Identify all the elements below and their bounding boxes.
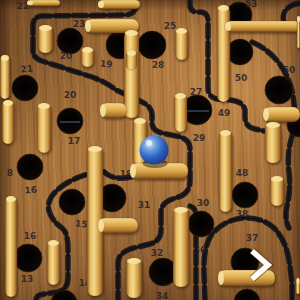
hole — [17, 154, 43, 180]
hole-number: 53 — [245, 0, 258, 9]
wall-rail — [173, 207, 189, 287]
wall-rail — [217, 5, 230, 102]
hole-number: 21 — [20, 63, 33, 74]
hole-number: 23 — [73, 19, 86, 29]
rail-end-cap — [271, 176, 283, 182]
hole-number: 27 — [190, 87, 203, 97]
rail-end-cap — [127, 258, 141, 264]
labyrinth-board-photo: 2223255320192821720275050492917816181531… — [0, 0, 300, 300]
hole-number: 37 — [246, 233, 259, 243]
rail-end-cap — [175, 93, 186, 99]
rail-end-cap — [98, 1, 104, 8]
rail-end-cap — [3, 100, 13, 106]
marble-ball — [140, 136, 169, 165]
rail-end-cap — [39, 25, 52, 31]
rail-end-cap — [82, 47, 93, 53]
hole — [14, 244, 42, 272]
wall-rail — [124, 30, 139, 118]
rail-end-cap — [125, 30, 138, 36]
rail-end-cap — [85, 20, 91, 32]
rail-end-cap — [48, 240, 59, 246]
wall-rail — [5, 196, 17, 297]
hole — [265, 76, 293, 104]
hole-number: 30 — [197, 198, 210, 208]
rail-end-cap — [130, 164, 136, 178]
rail-end-cap — [127, 50, 136, 56]
rail-end-cap — [218, 271, 224, 285]
hole-number: 50 — [283, 65, 296, 75]
rail-end-cap — [225, 22, 231, 31]
rail-end-cap — [176, 28, 187, 34]
hole-number: 36 — [194, 245, 207, 255]
rail-end-cap — [27, 1, 33, 5]
hole-number: 8 — [7, 168, 13, 178]
wall-rail — [37, 103, 51, 153]
hole — [188, 211, 214, 237]
hole — [232, 182, 258, 208]
wall-rail — [219, 130, 232, 212]
hole-number: 32 — [151, 248, 164, 258]
rail-end-cap — [100, 104, 106, 117]
marble-highlight — [146, 140, 152, 146]
marble — [140, 136, 169, 169]
wall-rail — [98, 0, 140, 9]
rail-end-cap — [38, 103, 50, 109]
hole-number: 38 — [236, 209, 249, 219]
hole-number: 17 — [68, 136, 81, 146]
hole-number: 15 — [75, 218, 89, 229]
hole — [227, 39, 253, 65]
rail-end-cap — [218, 5, 229, 11]
rail-end-cap — [266, 122, 280, 128]
hole-number: 34 — [156, 291, 169, 300]
wall-rail — [218, 270, 275, 286]
rail-end-cap — [297, 16, 300, 22]
rail-end-cap — [98, 219, 104, 232]
hole-number: 20 — [64, 90, 77, 100]
hole-number: 29 — [193, 133, 206, 143]
rail-end-cap — [220, 130, 231, 136]
wall-rail — [47, 240, 60, 285]
hole-number: 28 — [152, 60, 165, 70]
hole — [234, 289, 260, 300]
wall-rail — [265, 122, 281, 163]
hole — [138, 31, 166, 59]
wall-rail — [2, 100, 14, 144]
rail-end-cap — [297, 278, 300, 284]
wall-rail — [0, 55, 10, 99]
rail-end-cap — [174, 207, 188, 213]
hole-number: 48 — [236, 168, 249, 178]
labyrinth-board: 2223255320192821720275050492917816181531… — [0, 0, 300, 300]
hole — [12, 75, 38, 101]
rail-end-cap — [6, 196, 16, 202]
hole-number: 20 — [60, 51, 73, 61]
rail-end-cap — [263, 108, 269, 121]
hole-number: 49 — [218, 108, 231, 118]
hole-number: 13 — [21, 274, 34, 284]
hole-number: 50 — [235, 73, 248, 83]
rail-end-cap — [1, 55, 9, 61]
rail-end-cap — [134, 118, 146, 124]
hole-number: 25 — [164, 21, 177, 31]
hole-number: 16 — [24, 185, 37, 196]
rail-end-cap — [88, 146, 102, 152]
hole-number: 16 — [24, 231, 37, 241]
hole-number: 31 — [138, 200, 151, 210]
wall-rail — [225, 21, 300, 32]
hole — [59, 189, 85, 215]
hole-number: 19 — [100, 58, 113, 69]
